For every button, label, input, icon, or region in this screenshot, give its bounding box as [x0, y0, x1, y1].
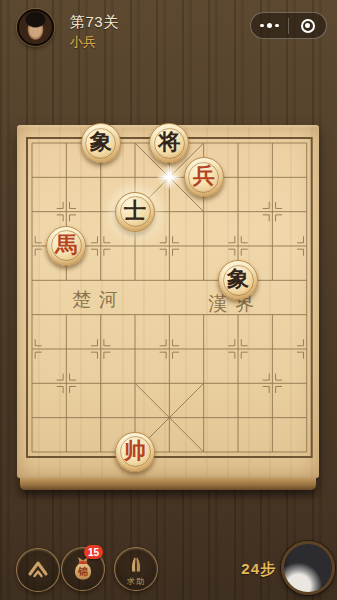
piece-black-advisor[interactable]: 士	[115, 192, 155, 232]
exit-button[interactable]	[289, 13, 326, 38]
user-avatar[interactable]	[281, 541, 335, 595]
enemy-name: 小兵	[70, 33, 96, 51]
piece-glyph: 将	[158, 131, 180, 153]
piece-glyph: 象	[90, 131, 112, 153]
piece-glyph: 兵	[193, 165, 215, 187]
chevron-up-icon	[25, 557, 51, 583]
wechat-capsule	[250, 12, 327, 39]
board-grid	[17, 125, 319, 478]
level-title: 第73关	[70, 13, 119, 32]
ellipsis-icon	[275, 24, 279, 28]
piece-red-soldier[interactable]: 兵	[184, 157, 224, 197]
piece-glyph: 馬	[55, 234, 77, 256]
piece-red-general[interactable]: 帅	[115, 432, 155, 472]
piece-black-elephant-left[interactable]: 象	[81, 123, 121, 163]
piece-glyph: 象	[227, 268, 249, 290]
praying-hands-icon	[124, 555, 148, 575]
home-button[interactable]	[16, 548, 60, 592]
help-label: 求助	[115, 576, 157, 587]
board-edge	[20, 478, 316, 490]
xiangqi-board[interactable]: 楚河 漢界	[17, 125, 319, 478]
steps-counter: 24步	[226, 560, 276, 579]
ellipsis-icon	[267, 23, 273, 29]
app-screen: 第73关 小兵 楚河 漢界 象将兵士馬象帅	[0, 0, 337, 600]
help-button[interactable]: 求助	[114, 547, 158, 591]
bag-badge: 15	[84, 545, 103, 559]
bag-character: 锦	[77, 566, 88, 577]
more-menu-button[interactable]	[251, 13, 288, 38]
enemy-avatar[interactable]	[17, 9, 54, 46]
piece-glyph: 士	[124, 200, 146, 222]
river-label-chu: 楚河	[72, 287, 126, 313]
piece-glyph: 帅	[124, 440, 146, 462]
ellipsis-icon	[260, 24, 264, 28]
circle-target-icon	[301, 19, 315, 33]
